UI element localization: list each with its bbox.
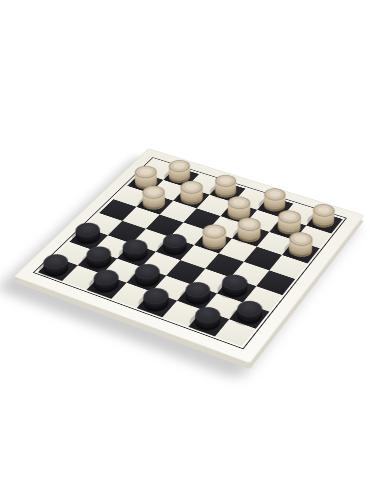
perspective-wrapper: ⛀⛀⛀⛀⛀⛀⛀⛀⛀⛀⛀⛀⛂⛂⛂⛂⛂⛂⛂⛂⛂⛂⛂⛂ (0, 0, 380, 494)
checkers-board: ⛀⛀⛀⛀⛀⛀⛀⛀⛀⛀⛀⛀⛂⛂⛂⛂⛂⛂⛂⛂⛂⛂⛂⛂ (13, 148, 365, 364)
checkers-product-photo: ⛀⛀⛀⛀⛀⛀⛀⛀⛀⛀⛀⛀⛂⛂⛂⛂⛂⛂⛂⛂⛂⛂⛂⛂ (0, 0, 380, 494)
board-surface: ⛀⛀⛀⛀⛀⛀⛀⛀⛀⛀⛀⛀⛂⛂⛂⛂⛂⛂⛂⛂⛂⛂⛂⛂ (13, 148, 365, 364)
